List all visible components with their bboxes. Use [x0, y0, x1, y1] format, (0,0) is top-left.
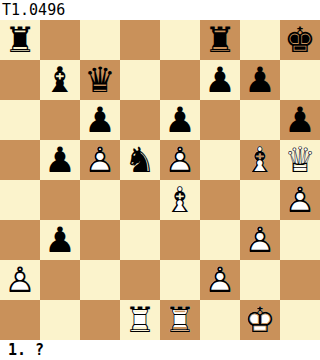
piece-black-knight: ♞ — [120, 140, 160, 180]
white-piece-outline: ♙ — [160, 140, 200, 180]
square-f7[interactable]: ♟ — [200, 60, 240, 100]
white-piece-outline: ♙ — [240, 220, 280, 260]
piece-black-pawn: ♟ — [80, 100, 120, 140]
white-piece-outline: ♖ — [160, 300, 200, 340]
square-c6[interactable]: ♟ — [80, 100, 120, 140]
square-f2[interactable]: ♟♙ — [200, 260, 240, 300]
square-b1[interactable] — [40, 300, 80, 340]
white-piece-outline: ♙ — [280, 180, 320, 220]
square-c2[interactable] — [80, 260, 120, 300]
black-piece-glyph: ♞ — [120, 140, 160, 180]
square-e7[interactable] — [160, 60, 200, 100]
square-d5[interactable]: ♞ — [120, 140, 160, 180]
square-b7[interactable]: ♝ — [40, 60, 80, 100]
square-b6[interactable] — [40, 100, 80, 140]
white-piece-outline: ♔ — [240, 300, 280, 340]
piece-white-pawn: ♟♙ — [200, 260, 240, 300]
piece-white-pawn: ♟♙ — [80, 140, 120, 180]
square-f8[interactable]: ♜ — [200, 20, 240, 60]
square-d2[interactable] — [120, 260, 160, 300]
square-h4[interactable]: ♟♙ — [280, 180, 320, 220]
piece-black-queen: ♛ — [80, 60, 120, 100]
black-piece-glyph: ♟ — [40, 140, 80, 180]
square-e2[interactable] — [160, 260, 200, 300]
piece-white-rook: ♜♖ — [160, 300, 200, 340]
square-a6[interactable] — [0, 100, 40, 140]
move-prompt: 1. ? — [0, 340, 320, 360]
square-a2[interactable]: ♟♙ — [0, 260, 40, 300]
square-b5[interactable]: ♟ — [40, 140, 80, 180]
black-piece-glyph: ♜ — [200, 20, 240, 60]
piece-white-bishop: ♝♗ — [240, 140, 280, 180]
piece-white-pawn: ♟♙ — [160, 140, 200, 180]
white-piece-outline: ♕ — [280, 140, 320, 180]
square-a1[interactable] — [0, 300, 40, 340]
piece-white-king: ♚♔ — [240, 300, 280, 340]
square-a8[interactable]: ♜ — [0, 20, 40, 60]
square-b8[interactable] — [40, 20, 80, 60]
square-c3[interactable] — [80, 220, 120, 260]
square-g1[interactable]: ♚♔ — [240, 300, 280, 340]
piece-black-pawn: ♟ — [40, 140, 80, 180]
square-b2[interactable] — [40, 260, 80, 300]
square-g3[interactable]: ♟♙ — [240, 220, 280, 260]
square-h7[interactable] — [280, 60, 320, 100]
square-e5[interactable]: ♟♙ — [160, 140, 200, 180]
square-g4[interactable] — [240, 180, 280, 220]
white-piece-outline: ♙ — [200, 260, 240, 300]
square-c8[interactable] — [80, 20, 120, 60]
white-piece-outline: ♗ — [160, 180, 200, 220]
piece-black-pawn: ♟ — [40, 220, 80, 260]
black-piece-glyph: ♟ — [160, 100, 200, 140]
square-b4[interactable] — [40, 180, 80, 220]
square-c4[interactable] — [80, 180, 120, 220]
square-g8[interactable] — [240, 20, 280, 60]
black-piece-glyph: ♝ — [40, 60, 80, 100]
square-f4[interactable] — [200, 180, 240, 220]
square-h2[interactable] — [280, 260, 320, 300]
piece-white-pawn: ♟♙ — [0, 260, 40, 300]
square-f5[interactable] — [200, 140, 240, 180]
square-h1[interactable] — [280, 300, 320, 340]
piece-white-pawn: ♟♙ — [240, 220, 280, 260]
square-c7[interactable]: ♛ — [80, 60, 120, 100]
black-piece-glyph: ♟ — [80, 100, 120, 140]
square-a4[interactable] — [0, 180, 40, 220]
square-d4[interactable] — [120, 180, 160, 220]
puzzle-window: T1.0496 ♜♜♚♝♛♟♟♟♟♟♟♟♙♞♟♙♝♗♛♕♝♗♟♙♟♟♙♟♙♟♙♜… — [0, 0, 320, 360]
white-piece-outline: ♙ — [0, 260, 40, 300]
white-piece-outline: ♗ — [240, 140, 280, 180]
white-piece-outline: ♖ — [120, 300, 160, 340]
square-e6[interactable]: ♟ — [160, 100, 200, 140]
square-h6[interactable]: ♟ — [280, 100, 320, 140]
piece-black-rook: ♜ — [0, 20, 40, 60]
square-g7[interactable]: ♟ — [240, 60, 280, 100]
piece-black-pawn: ♟ — [240, 60, 280, 100]
black-piece-glyph: ♟ — [40, 220, 80, 260]
black-piece-glyph: ♜ — [0, 20, 40, 60]
puzzle-id: T1.0496 — [0, 0, 320, 20]
square-e3[interactable] — [160, 220, 200, 260]
square-d6[interactable] — [120, 100, 160, 140]
piece-black-pawn: ♟ — [200, 60, 240, 100]
piece-black-bishop: ♝ — [40, 60, 80, 100]
square-h8[interactable]: ♚ — [280, 20, 320, 60]
square-d8[interactable] — [120, 20, 160, 60]
piece-white-rook: ♜♖ — [120, 300, 160, 340]
square-e8[interactable] — [160, 20, 200, 60]
square-d7[interactable] — [120, 60, 160, 100]
square-b3[interactable]: ♟ — [40, 220, 80, 260]
square-h3[interactable] — [280, 220, 320, 260]
square-e4[interactable]: ♝♗ — [160, 180, 200, 220]
square-g5[interactable]: ♝♗ — [240, 140, 280, 180]
square-f6[interactable] — [200, 100, 240, 140]
square-a7[interactable] — [0, 60, 40, 100]
piece-white-queen: ♛♕ — [280, 140, 320, 180]
piece-white-pawn: ♟♙ — [280, 180, 320, 220]
piece-black-rook: ♜ — [200, 20, 240, 60]
square-e1[interactable]: ♜♖ — [160, 300, 200, 340]
black-piece-glyph: ♟ — [280, 100, 320, 140]
square-g2[interactable] — [240, 260, 280, 300]
square-d3[interactable] — [120, 220, 160, 260]
piece-black-king: ♚ — [280, 20, 320, 60]
black-piece-glyph: ♚ — [280, 20, 320, 60]
square-a5[interactable] — [0, 140, 40, 180]
square-a3[interactable] — [0, 220, 40, 260]
black-piece-glyph: ♟ — [200, 60, 240, 100]
black-piece-glyph: ♛ — [80, 60, 120, 100]
black-piece-glyph: ♟ — [240, 60, 280, 100]
white-piece-outline: ♙ — [80, 140, 120, 180]
square-c5[interactable]: ♟♙ — [80, 140, 120, 180]
piece-white-bishop: ♝♗ — [160, 180, 200, 220]
chess-board: ♜♜♚♝♛♟♟♟♟♟♟♟♙♞♟♙♝♗♛♕♝♗♟♙♟♟♙♟♙♟♙♜♖♜♖♚♔ — [0, 20, 320, 340]
square-h5[interactable]: ♛♕ — [280, 140, 320, 180]
piece-black-pawn: ♟ — [160, 100, 200, 140]
square-d1[interactable]: ♜♖ — [120, 300, 160, 340]
piece-black-pawn: ♟ — [280, 100, 320, 140]
square-f1[interactable] — [200, 300, 240, 340]
square-c1[interactable] — [80, 300, 120, 340]
square-g6[interactable] — [240, 100, 280, 140]
square-f3[interactable] — [200, 220, 240, 260]
